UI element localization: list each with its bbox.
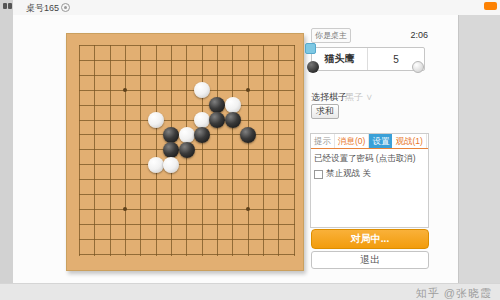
star-point [246, 88, 250, 92]
watermark: 知乎 @张晓霞 [416, 286, 492, 300]
tab-bar: 提示 消息(0) 设置 观战(1) [311, 134, 428, 149]
host-badge: 你是桌主 [311, 28, 351, 43]
window-icon[interactable] [3, 3, 7, 9]
star-point [123, 88, 127, 92]
spectate-label: 禁止观战 关 [326, 168, 371, 180]
left-gray-strip [0, 0, 13, 300]
window-icons[interactable] [3, 3, 12, 9]
gomoku-board[interactable] [66, 33, 304, 271]
right-gray-strip [458, 15, 500, 283]
tab-settings[interactable]: 设置 [369, 134, 392, 148]
tab-messages[interactable]: 消息(0) [335, 134, 369, 148]
tab-hint[interactable]: 提示 [311, 134, 335, 148]
white-stone [148, 157, 164, 173]
black-stone [163, 142, 179, 158]
white-stone [179, 127, 195, 143]
game-status-button[interactable]: 对局中... [311, 229, 429, 249]
black-stone-icon [307, 61, 319, 73]
title-bar [13, 0, 500, 16]
tab-spectate[interactable]: 观战(1) [392, 134, 426, 148]
spectate-setting-row: 禁止观战 关 [314, 168, 371, 180]
black-stone [240, 127, 256, 143]
black-stone [163, 127, 179, 143]
black-stone [209, 97, 225, 113]
black-stone [194, 127, 210, 143]
draw-button[interactable]: 求和 [311, 104, 339, 119]
board-grid[interactable] [79, 45, 295, 256]
password-note[interactable]: 已经设置了密码 (点击取消) [314, 153, 416, 165]
spectate-checkbox[interactable] [314, 170, 323, 179]
player-name: 猫头鹰 [312, 48, 368, 70]
game-timer: 2:06 [398, 30, 428, 40]
top-right-orange-badge[interactable] [484, 2, 497, 10]
exit-button[interactable]: 退出 [311, 251, 429, 269]
piece-select-label: 选择棋子 [311, 91, 347, 104]
white-stone [194, 112, 210, 128]
white-stone [163, 157, 179, 173]
black-stone [225, 112, 241, 128]
window-icon[interactable] [8, 3, 12, 9]
window-title: 桌号165 [26, 2, 59, 15]
black-stone [179, 142, 195, 158]
white-stone [225, 97, 241, 113]
white-stone-icon [412, 61, 424, 73]
white-stone [148, 112, 164, 128]
turn-indicator-icon [305, 43, 316, 54]
tabbed-panel: 提示 消息(0) 设置 观战(1) 已经设置了密码 (点击取消) 禁止观战 关 [310, 133, 429, 228]
white-stone [194, 82, 210, 98]
piece-select-dropdown[interactable]: 黑子 ∨ [345, 91, 373, 104]
star-point [123, 207, 127, 211]
player-card: 猫头鹰 5 [311, 47, 425, 71]
info-circle-icon[interactable] [61, 3, 70, 12]
black-stone [209, 112, 225, 128]
star-point [246, 207, 250, 211]
